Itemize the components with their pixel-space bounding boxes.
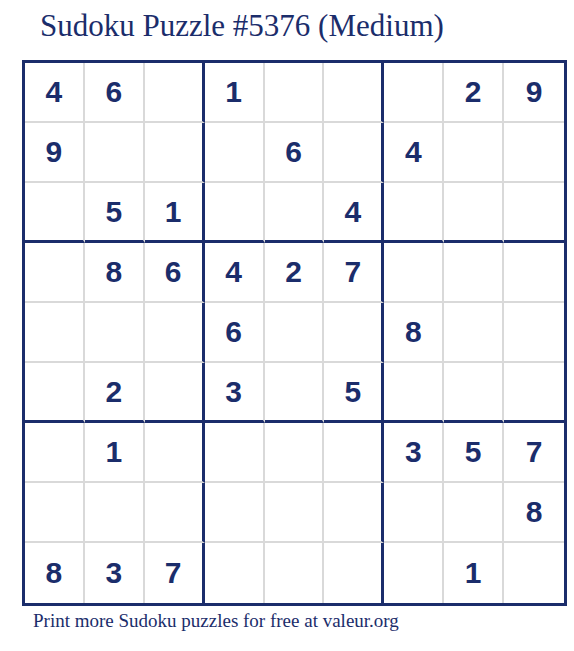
cell-r5c2[interactable]	[85, 303, 145, 363]
cell-r2c8[interactable]	[444, 123, 504, 183]
cell-r8c8[interactable]	[444, 483, 504, 543]
cell-r4c7[interactable]	[384, 243, 444, 303]
cell-r7c7[interactable]: 3	[384, 423, 444, 483]
cell-r6c7[interactable]	[384, 363, 444, 423]
cell-r4c3[interactable]: 6	[145, 243, 205, 303]
cell-r4c8[interactable]	[444, 243, 504, 303]
cell-r3c6[interactable]: 4	[324, 183, 384, 243]
cell-r5c9[interactable]	[504, 303, 564, 363]
cell-r3c9[interactable]	[504, 183, 564, 243]
cell-r6c5[interactable]	[265, 363, 325, 423]
cell-r1c4[interactable]: 1	[205, 63, 265, 123]
cell-r3c5[interactable]	[265, 183, 325, 243]
page-title: Sudoku Puzzle #5376 (Medium)	[40, 8, 444, 44]
cell-r7c6[interactable]	[324, 423, 384, 483]
cell-r1c9[interactable]: 9	[504, 63, 564, 123]
cell-r7c5[interactable]	[265, 423, 325, 483]
cell-r6c9[interactable]	[504, 363, 564, 423]
cell-r7c3[interactable]	[145, 423, 205, 483]
cell-r1c6[interactable]	[324, 63, 384, 123]
cell-r4c6[interactable]: 7	[324, 243, 384, 303]
cell-r5c3[interactable]	[145, 303, 205, 363]
cell-r6c6[interactable]: 5	[324, 363, 384, 423]
cell-r2c6[interactable]	[324, 123, 384, 183]
cell-r7c8[interactable]: 5	[444, 423, 504, 483]
cell-r5c7[interactable]: 8	[384, 303, 444, 363]
cell-r5c4[interactable]: 6	[205, 303, 265, 363]
cell-r4c5[interactable]: 2	[265, 243, 325, 303]
cell-r9c1[interactable]: 8	[25, 543, 85, 603]
cell-r2c4[interactable]	[205, 123, 265, 183]
cell-r7c2[interactable]: 1	[85, 423, 145, 483]
cell-r9c9[interactable]	[504, 543, 564, 603]
cell-r6c3[interactable]	[145, 363, 205, 423]
cell-r3c2[interactable]: 5	[85, 183, 145, 243]
cell-r5c5[interactable]	[265, 303, 325, 363]
cell-r1c7[interactable]	[384, 63, 444, 123]
cell-r6c1[interactable]	[25, 363, 85, 423]
cell-r9c4[interactable]	[205, 543, 265, 603]
cell-r4c2[interactable]: 8	[85, 243, 145, 303]
cell-r8c9[interactable]: 8	[504, 483, 564, 543]
cell-r8c1[interactable]	[25, 483, 85, 543]
cell-r8c3[interactable]	[145, 483, 205, 543]
cell-r2c3[interactable]	[145, 123, 205, 183]
cell-r3c3[interactable]: 1	[145, 183, 205, 243]
cell-r1c3[interactable]	[145, 63, 205, 123]
cell-r8c2[interactable]	[85, 483, 145, 543]
cell-r6c4[interactable]: 3	[205, 363, 265, 423]
cell-r2c2[interactable]	[85, 123, 145, 183]
cell-r9c7[interactable]	[384, 543, 444, 603]
sudoku-grid: 461299645148642768235135788371	[22, 60, 567, 606]
cell-r1c1[interactable]: 4	[25, 63, 85, 123]
cell-r9c6[interactable]	[324, 543, 384, 603]
cell-r3c1[interactable]	[25, 183, 85, 243]
cell-r8c5[interactable]	[265, 483, 325, 543]
cell-r1c5[interactable]	[265, 63, 325, 123]
cell-r5c8[interactable]	[444, 303, 504, 363]
cell-r7c4[interactable]	[205, 423, 265, 483]
cell-r2c7[interactable]: 4	[384, 123, 444, 183]
footer-note: Print more Sudoku puzzles for free at va…	[33, 610, 399, 632]
cell-r8c7[interactable]	[384, 483, 444, 543]
cell-r3c8[interactable]	[444, 183, 504, 243]
cell-r1c2[interactable]: 6	[85, 63, 145, 123]
cell-r4c1[interactable]	[25, 243, 85, 303]
cell-r7c9[interactable]: 7	[504, 423, 564, 483]
cell-r2c5[interactable]: 6	[265, 123, 325, 183]
cell-r3c4[interactable]	[205, 183, 265, 243]
cell-r8c4[interactable]	[205, 483, 265, 543]
cell-r3c7[interactable]	[384, 183, 444, 243]
cell-r2c9[interactable]	[504, 123, 564, 183]
cell-r6c2[interactable]: 2	[85, 363, 145, 423]
cell-r9c5[interactable]	[265, 543, 325, 603]
cell-r4c4[interactable]: 4	[205, 243, 265, 303]
cell-r5c6[interactable]	[324, 303, 384, 363]
cell-r8c6[interactable]	[324, 483, 384, 543]
cell-r9c3[interactable]: 7	[145, 543, 205, 603]
cell-r1c8[interactable]: 2	[444, 63, 504, 123]
cell-r2c1[interactable]: 9	[25, 123, 85, 183]
cell-r6c8[interactable]	[444, 363, 504, 423]
cell-r4c9[interactable]	[504, 243, 564, 303]
cell-r9c2[interactable]: 3	[85, 543, 145, 603]
cell-r7c1[interactable]	[25, 423, 85, 483]
cell-r5c1[interactable]	[25, 303, 85, 363]
cell-r9c8[interactable]: 1	[444, 543, 504, 603]
